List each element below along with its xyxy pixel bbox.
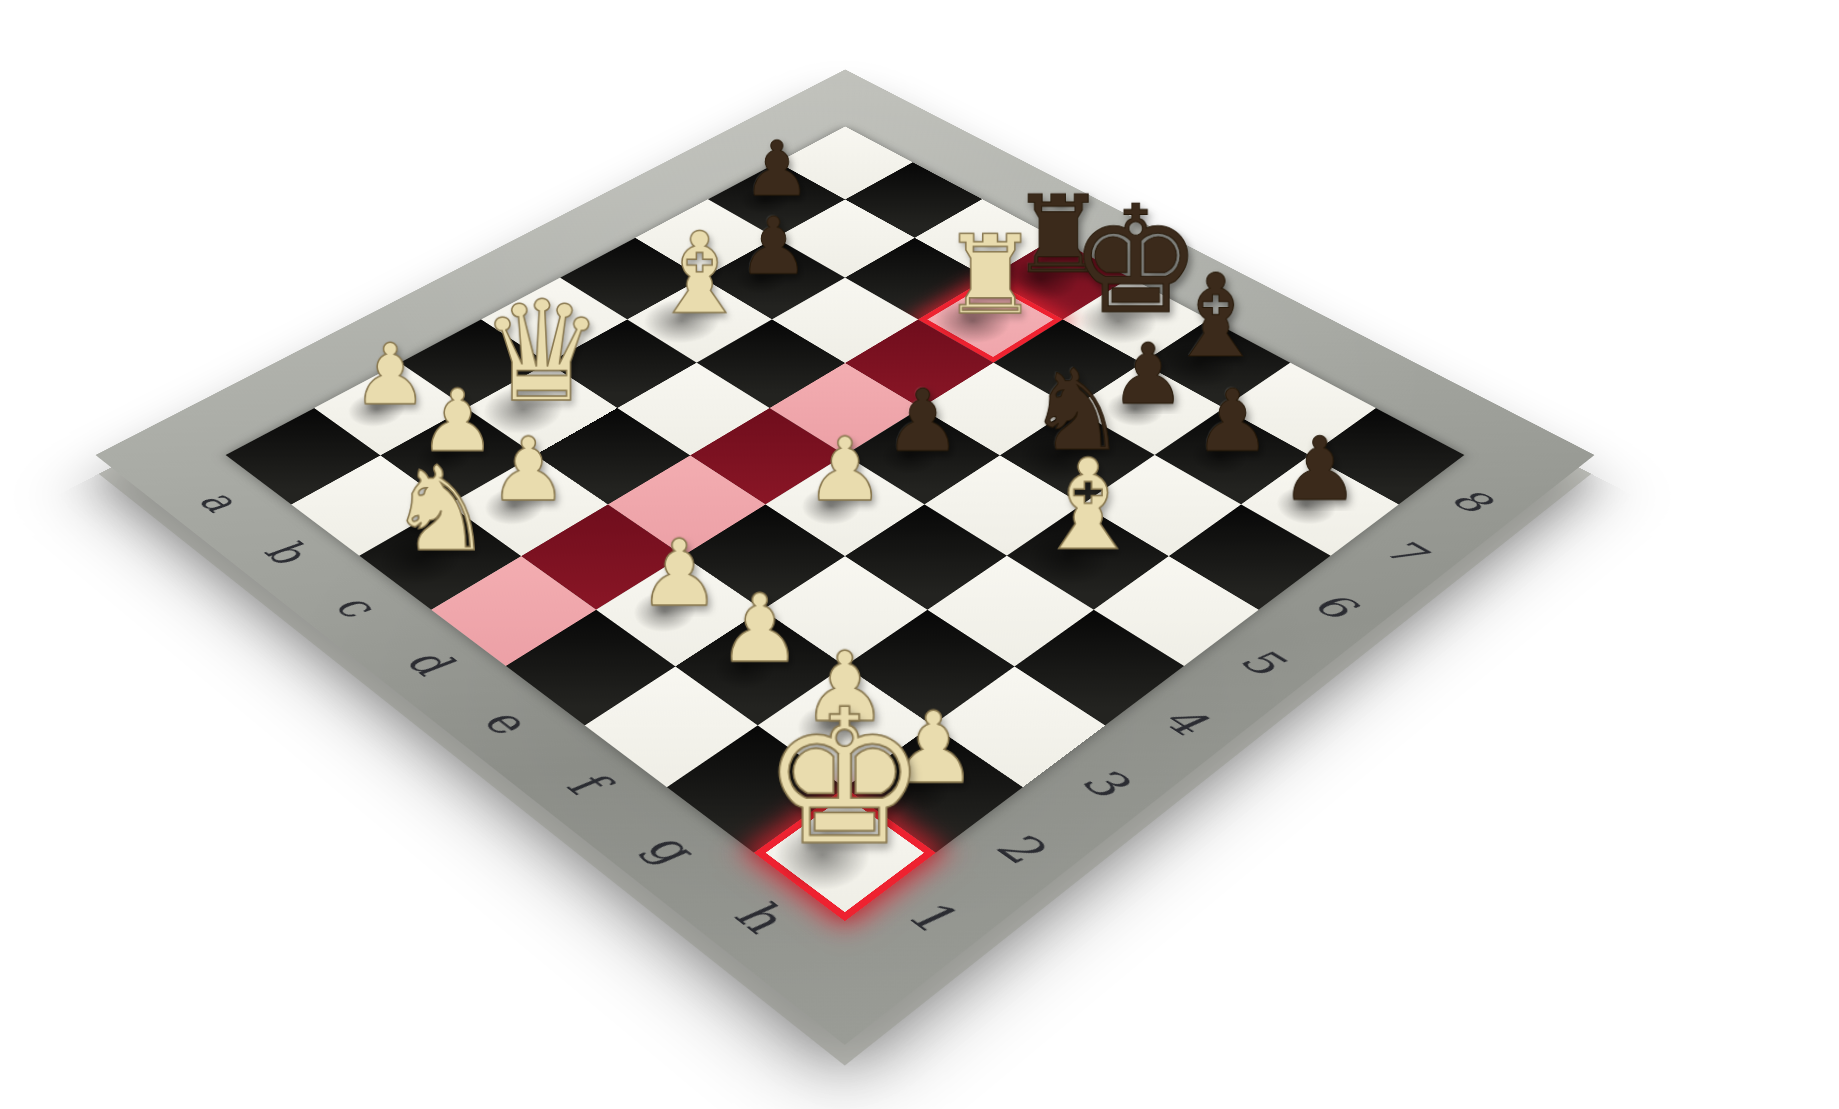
piece-black-pawn-h7[interactable]: ♟ — [1280, 425, 1359, 513]
square-e4[interactable]: ♟ — [766, 455, 924, 556]
piece-white-pawn-e2[interactable]: ♟ — [638, 527, 720, 619]
file-label-g: g — [635, 822, 705, 873]
piece-black-pawn-e5[interactable]: ♟ — [884, 378, 961, 464]
piece-white-bishop-b5[interactable]: ♝ — [649, 218, 750, 331]
file-label-c: c — [324, 585, 387, 625]
board-scene: ♜♚♝♟♜♟♟♟♟♞♝♟♝♟♛♟♟♟♟♟♟♟♞♚ abcdefgh1234567… — [0, 0, 1839, 1109]
piece-white-pawn-f2[interactable]: ♟ — [718, 581, 802, 675]
piece-black-pawn-a7[interactable]: ♟ — [742, 131, 810, 207]
chess-board-grid: ♜♚♝♟♜♟♟♟♟♞♝♟♝♟♛♟♟♟♟♟♟♟♞♚ — [226, 126, 1465, 921]
chess-board-frame: ♜♚♝♟♜♟♟♟♟♞♝♟♝♟♛♟♟♟♟♟♟♟♞♚ abcdefgh1234567… — [95, 69, 1594, 1045]
rank-label-7: 7 — [1375, 532, 1434, 572]
square-a1[interactable] — [226, 408, 381, 504]
piece-white-rook-d7[interactable]: ♜ — [942, 221, 1040, 330]
piece-white-bishop-g5[interactable]: ♝ — [1032, 443, 1144, 568]
rank-label-3: 3 — [1071, 758, 1137, 806]
rank-label-2: 2 — [985, 822, 1053, 873]
file-label-a: a — [188, 482, 250, 519]
rank-label-6: 6 — [1304, 584, 1364, 626]
file-label-e: e — [472, 698, 538, 743]
piece-white-pawn-c2[interactable]: ♟ — [489, 425, 568, 513]
rank-label-5: 5 — [1230, 640, 1292, 684]
piece-white-knight-c1[interactable]: ♞ — [388, 450, 493, 567]
rank-label-8: 8 — [1442, 481, 1499, 519]
file-label-b: b — [254, 532, 318, 572]
file-label-d: d — [395, 640, 462, 684]
piece-white-king-h1[interactable]: ♚ — [761, 685, 928, 871]
piece-black-pawn-g7[interactable]: ♟ — [1194, 378, 1271, 464]
rank-label-1: 1 — [895, 889, 966, 942]
piece-white-pawn-e4[interactable]: ♟ — [806, 425, 885, 513]
rank-label-4: 4 — [1152, 698, 1216, 744]
file-label-h: h — [723, 889, 795, 943]
piece-white-queen-b3[interactable]: ♛ — [480, 283, 605, 422]
square-h1[interactable]: ♚ — [754, 787, 937, 921]
piece-white-pawn-a2[interactable]: ♟ — [353, 332, 428, 416]
file-label-f: f — [556, 762, 616, 803]
